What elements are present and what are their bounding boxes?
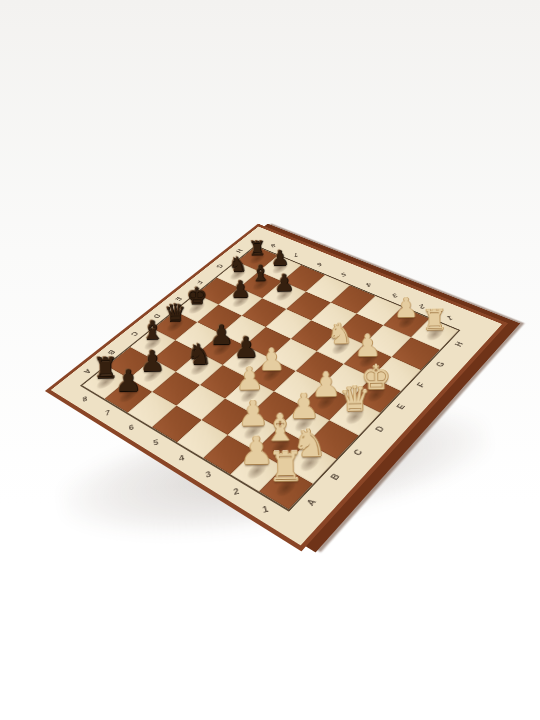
piece-shadow [164,317,187,333]
piece-shadow [187,360,211,378]
frame-label-rank-far-2: 2 [402,295,442,318]
piece-shadow [243,460,270,482]
piece-shadow [291,414,317,434]
piece-shadow [423,325,446,342]
square-h2: ♟ [383,307,429,337]
piece-shadow [234,353,258,371]
piece-shadow [229,294,251,309]
piece-shadow [140,366,164,384]
piece-shadow [186,300,209,315]
piece-shadow [93,373,118,391]
piece-shadow [141,335,165,352]
square-d5: ♟ [223,346,270,378]
rank-label: 8 [73,385,98,414]
piece-shadow [313,392,338,412]
piece-shadow [329,339,353,356]
piece-shadow [272,476,300,499]
square-f4 [291,320,337,351]
piece-shadow [210,341,234,358]
piece-shadow [116,386,141,405]
piece-shadow [273,287,295,302]
piece-shadow [227,267,249,281]
piece-shadow [250,277,272,292]
piece-shadow [364,385,389,404]
piece-shadow [356,352,380,370]
piece-shadow [268,436,294,457]
rank-label: 3 [380,284,410,308]
piece-shadow [342,406,368,426]
rank-label: 4 [167,442,196,475]
piece-shadow [260,365,284,383]
piece-shadow [240,421,266,442]
product-photo-stage: ABCDEFGH8♜♝♛♚♞♜87♟♟♟♝♟76♞♟♟65♟54♟♟43♟♞32… [0,0,540,720]
piece-shadow [297,452,324,474]
piece-shadow [237,386,262,405]
